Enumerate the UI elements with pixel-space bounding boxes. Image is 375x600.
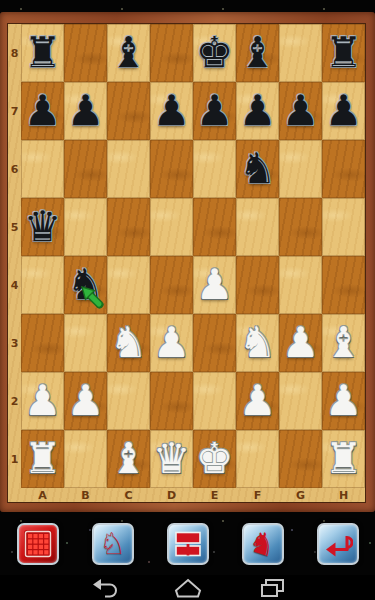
square-d7[interactable]: ♟ <box>150 82 193 140</box>
square-c4[interactable] <box>107 256 150 314</box>
square-g8[interactable] <box>279 24 322 82</box>
back-icon <box>90 577 118 599</box>
android-navbar <box>0 575 375 600</box>
back-button[interactable] <box>90 577 118 599</box>
file-label-E: E <box>193 488 236 502</box>
square-d2[interactable] <box>150 372 193 430</box>
square-h5[interactable] <box>322 198 365 256</box>
rank-label-8: 8 <box>8 24 21 82</box>
knight-outline-button[interactable]: ♘ <box>92 523 134 565</box>
rank-label-4: 4 <box>8 256 21 314</box>
square-f5[interactable] <box>236 198 279 256</box>
square-a8[interactable]: ♜ <box>21 24 64 82</box>
piece-black-pawn[interactable]: ♟ <box>153 90 191 132</box>
rank-label-2: 2 <box>8 372 21 430</box>
piece-black-rook[interactable]: ♜ <box>325 32 363 74</box>
square-g7[interactable]: ♟ <box>279 82 322 140</box>
piece-black-pawn[interactable]: ♟ <box>24 90 62 132</box>
square-e6[interactable] <box>193 140 236 198</box>
square-d8[interactable] <box>150 24 193 82</box>
square-c3[interactable]: ♞ <box>107 314 150 372</box>
status-strip <box>0 0 375 12</box>
piece-black-pawn[interactable]: ♟ <box>196 90 234 132</box>
square-g5[interactable] <box>279 198 322 256</box>
chess-board: 8♜♝♚♝♜7♟♟♟♟♟♟♟6♞5♛4♞♟3♞♟♞♟♝2♟♟♟♟1♜♝♛♚♜AB… <box>8 24 365 502</box>
square-c6[interactable] <box>107 140 150 198</box>
square-d1[interactable]: ♛ <box>150 430 193 488</box>
square-b8[interactable] <box>64 24 107 82</box>
piece-white-pawn[interactable]: ♟ <box>67 380 105 422</box>
square-a7[interactable]: ♟ <box>21 82 64 140</box>
piece-black-rook[interactable]: ♜ <box>24 32 62 74</box>
board-frame: 8♜♝♚♝♜7♟♟♟♟♟♟♟6♞5♛4♞♟3♞♟♞♟♝2♟♟♟♟1♜♝♛♚♜AB… <box>0 12 375 512</box>
square-a6[interactable] <box>21 140 64 198</box>
square-f8[interactable]: ♝ <box>236 24 279 82</box>
square-b6[interactable] <box>64 140 107 198</box>
square-d4[interactable] <box>150 256 193 314</box>
piece-white-rook[interactable]: ♜ <box>325 438 363 480</box>
recents-button[interactable] <box>258 577 286 599</box>
square-h8[interactable]: ♜ <box>322 24 365 82</box>
file-label-A: A <box>21 488 64 502</box>
split-panels-icon <box>173 529 203 559</box>
piece-black-queen[interactable]: ♛ <box>24 206 62 248</box>
square-g2[interactable] <box>279 372 322 430</box>
file-label-H: H <box>322 488 365 502</box>
square-h2[interactable]: ♟ <box>322 372 365 430</box>
square-b3[interactable] <box>64 314 107 372</box>
piece-black-king[interactable]: ♚ <box>196 32 234 74</box>
square-e7[interactable]: ♟ <box>193 82 236 140</box>
square-a5[interactable]: ♛ <box>21 198 64 256</box>
square-c5[interactable] <box>107 198 150 256</box>
square-a4[interactable] <box>21 256 64 314</box>
file-label-D: D <box>150 488 193 502</box>
undo-arrow-icon <box>323 529 353 559</box>
board-grid-button[interactable] <box>17 523 59 565</box>
piece-black-bishop[interactable]: ♝ <box>239 32 277 74</box>
square-e5[interactable] <box>193 198 236 256</box>
file-label-C: C <box>107 488 150 502</box>
piece-black-pawn[interactable]: ♟ <box>67 90 105 132</box>
square-a3[interactable] <box>21 314 64 372</box>
piece-white-pawn[interactable]: ♟ <box>24 380 62 422</box>
square-h7[interactable]: ♟ <box>322 82 365 140</box>
square-e3[interactable] <box>193 314 236 372</box>
piece-white-king[interactable]: ♚ <box>196 438 234 480</box>
home-icon <box>173 577 203 599</box>
square-c2[interactable] <box>107 372 150 430</box>
piece-white-rook[interactable]: ♜ <box>24 438 62 480</box>
piece-white-bishop[interactable]: ♝ <box>325 322 363 364</box>
square-b2[interactable]: ♟ <box>64 372 107 430</box>
square-g1[interactable] <box>279 430 322 488</box>
knight-outline-icon: ♘ <box>99 529 126 559</box>
rank-label-1: 1 <box>8 430 21 488</box>
square-g4[interactable] <box>279 256 322 314</box>
piece-black-knight[interactable]: ♞ <box>239 148 277 190</box>
square-f1[interactable] <box>236 430 279 488</box>
split-panels-button[interactable] <box>167 523 209 565</box>
square-e4[interactable]: ♟ <box>193 256 236 314</box>
file-label-F: F <box>236 488 279 502</box>
piece-white-pawn[interactable]: ♟ <box>282 322 320 364</box>
board-corner-cell <box>8 488 21 502</box>
square-d5[interactable] <box>150 198 193 256</box>
square-a1[interactable]: ♜ <box>21 430 64 488</box>
piece-white-queen[interactable]: ♛ <box>153 438 191 480</box>
square-f3[interactable]: ♞ <box>236 314 279 372</box>
square-h1[interactable]: ♜ <box>322 430 365 488</box>
piece-white-pawn[interactable]: ♟ <box>153 322 191 364</box>
square-f2[interactable]: ♟ <box>236 372 279 430</box>
piece-white-pawn[interactable]: ♟ <box>196 264 234 306</box>
square-h4[interactable] <box>322 256 365 314</box>
app-screen: 8♜♝♚♝♜7♟♟♟♟♟♟♟6♞5♛4♞♟3♞♟♞♟♝2♟♟♟♟1♜♝♛♚♜AB… <box>0 0 375 600</box>
rank-label-5: 5 <box>8 198 21 256</box>
square-g6[interactable] <box>279 140 322 198</box>
move-hint-arrow-icon <box>80 285 105 310</box>
piece-black-bishop[interactable]: ♝ <box>110 32 148 74</box>
square-d6[interactable] <box>150 140 193 198</box>
rank-label-6: 6 <box>8 140 21 198</box>
square-b1[interactable] <box>64 430 107 488</box>
board-grid-icon <box>23 529 53 559</box>
square-f4[interactable] <box>236 256 279 314</box>
rank-label-3: 3 <box>8 314 21 372</box>
square-c7[interactable] <box>107 82 150 140</box>
square-d3[interactable]: ♟ <box>150 314 193 372</box>
square-h6[interactable] <box>322 140 365 198</box>
square-e2[interactable] <box>193 372 236 430</box>
square-e8[interactable]: ♚ <box>193 24 236 82</box>
square-b7[interactable]: ♟ <box>64 82 107 140</box>
recents-icon <box>258 577 286 599</box>
square-g3[interactable]: ♟ <box>279 314 322 372</box>
square-b4[interactable]: ♞ <box>64 256 107 314</box>
square-h3[interactable]: ♝ <box>322 314 365 372</box>
piece-black-pawn[interactable]: ♟ <box>239 90 277 132</box>
piece-black-pawn[interactable]: ♟ <box>282 90 320 132</box>
red-knight-icon: ♞ <box>245 525 280 562</box>
piece-black-pawn[interactable]: ♟ <box>325 90 363 132</box>
piece-white-knight[interactable]: ♞ <box>110 322 148 364</box>
rank-label-7: 7 <box>8 82 21 140</box>
undo-move-button[interactable] <box>317 523 359 565</box>
piece-white-knight[interactable]: ♞ <box>239 322 277 364</box>
square-e1[interactable]: ♚ <box>193 430 236 488</box>
square-a2[interactable]: ♟ <box>21 372 64 430</box>
square-f6[interactable]: ♞ <box>236 140 279 198</box>
piece-white-pawn[interactable]: ♟ <box>325 380 363 422</box>
piece-white-bishop[interactable]: ♝ <box>110 438 148 480</box>
toolbar: ♘ ♞ <box>0 512 375 575</box>
red-knight-button[interactable]: ♞ <box>242 523 284 565</box>
file-label-G: G <box>279 488 322 502</box>
square-c1[interactable]: ♝ <box>107 430 150 488</box>
home-button[interactable] <box>173 577 203 599</box>
square-b5[interactable] <box>64 198 107 256</box>
file-label-B: B <box>64 488 107 502</box>
square-c8[interactable]: ♝ <box>107 24 150 82</box>
piece-white-pawn[interactable]: ♟ <box>239 380 277 422</box>
square-f7[interactable]: ♟ <box>236 82 279 140</box>
